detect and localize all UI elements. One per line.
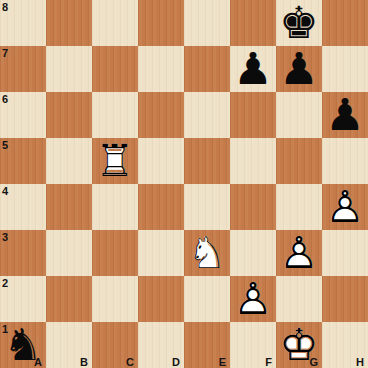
white-pawn-fill: ♟ <box>276 230 322 276</box>
black-pawn-glyph: ♟ <box>322 92 368 138</box>
white-pawn[interactable]: ♟♙ <box>322 184 368 230</box>
square-d5[interactable] <box>138 138 184 184</box>
square-e3[interactable]: ♞♘ <box>184 230 230 276</box>
white-rook-fill: ♜ <box>92 138 138 184</box>
square-a4[interactable]: 4 <box>0 184 46 230</box>
square-d4[interactable] <box>138 184 184 230</box>
square-g5[interactable] <box>276 138 322 184</box>
square-h1[interactable]: H <box>322 322 368 368</box>
rank-label-6: 6 <box>2 93 8 105</box>
white-knight-fill: ♞ <box>184 230 230 276</box>
square-e7[interactable] <box>184 46 230 92</box>
square-f4[interactable] <box>230 184 276 230</box>
square-b6[interactable] <box>46 92 92 138</box>
square-b7[interactable] <box>46 46 92 92</box>
black-pawn-glyph: ♟ <box>276 46 322 92</box>
file-label-b: B <box>80 356 88 368</box>
square-d3[interactable] <box>138 230 184 276</box>
square-e4[interactable] <box>184 184 230 230</box>
white-pawn[interactable]: ♟♙ <box>276 230 322 276</box>
square-a5[interactable]: 5 <box>0 138 46 184</box>
file-label-e: E <box>219 356 226 368</box>
rank-label-1: 1 <box>2 323 8 335</box>
square-h6[interactable]: ♟ <box>322 92 368 138</box>
square-e5[interactable] <box>184 138 230 184</box>
rank-label-3: 3 <box>2 231 8 243</box>
square-c6[interactable] <box>92 92 138 138</box>
square-g4[interactable] <box>276 184 322 230</box>
square-d1[interactable]: D <box>138 322 184 368</box>
square-e1[interactable]: E <box>184 322 230 368</box>
square-g7[interactable]: ♟ <box>276 46 322 92</box>
square-a3[interactable]: 3 <box>0 230 46 276</box>
white-pawn-fill: ♟ <box>230 276 276 322</box>
black-pawn[interactable]: ♟ <box>322 92 368 138</box>
square-f8[interactable] <box>230 0 276 46</box>
white-pawn-outline: ♙ <box>276 230 322 276</box>
square-g6[interactable] <box>276 92 322 138</box>
rank-label-2: 2 <box>2 277 8 289</box>
white-rook-outline: ♖ <box>92 138 138 184</box>
square-h5[interactable] <box>322 138 368 184</box>
square-e2[interactable] <box>184 276 230 322</box>
square-c2[interactable] <box>92 276 138 322</box>
square-a8[interactable]: 8 <box>0 0 46 46</box>
square-f5[interactable] <box>230 138 276 184</box>
square-c3[interactable] <box>92 230 138 276</box>
white-pawn[interactable]: ♟♙ <box>230 276 276 322</box>
black-king[interactable]: ♚ <box>276 0 322 46</box>
square-a7[interactable]: 7 <box>0 46 46 92</box>
square-d7[interactable] <box>138 46 184 92</box>
white-knight[interactable]: ♞♘ <box>184 230 230 276</box>
square-b1[interactable]: B <box>46 322 92 368</box>
rank-label-8: 8 <box>2 1 8 13</box>
square-b3[interactable] <box>46 230 92 276</box>
file-label-h: H <box>356 356 364 368</box>
square-c4[interactable] <box>92 184 138 230</box>
square-f1[interactable]: F <box>230 322 276 368</box>
square-e8[interactable] <box>184 0 230 46</box>
square-b8[interactable] <box>46 0 92 46</box>
square-f3[interactable] <box>230 230 276 276</box>
chess-board: 8♚7♟♟6♟5♜♖4♟♙3♞♘♟♙2♟♙1A♞BCDEFG♚♔H <box>0 0 368 368</box>
white-pawn-outline: ♙ <box>322 184 368 230</box>
file-label-d: D <box>172 356 180 368</box>
square-g3[interactable]: ♟♙ <box>276 230 322 276</box>
square-f2[interactable]: ♟♙ <box>230 276 276 322</box>
square-d8[interactable] <box>138 0 184 46</box>
black-king-glyph: ♚ <box>276 0 322 46</box>
square-h3[interactable] <box>322 230 368 276</box>
square-c8[interactable] <box>92 0 138 46</box>
square-b4[interactable] <box>46 184 92 230</box>
rank-label-4: 4 <box>2 185 8 197</box>
white-knight-outline: ♘ <box>184 230 230 276</box>
square-d6[interactable] <box>138 92 184 138</box>
square-g8[interactable]: ♚ <box>276 0 322 46</box>
square-h7[interactable] <box>322 46 368 92</box>
square-d2[interactable] <box>138 276 184 322</box>
square-g2[interactable] <box>276 276 322 322</box>
square-e6[interactable] <box>184 92 230 138</box>
square-a6[interactable]: 6 <box>0 92 46 138</box>
file-label-c: C <box>126 356 134 368</box>
square-h2[interactable] <box>322 276 368 322</box>
square-f6[interactable] <box>230 92 276 138</box>
square-h8[interactable] <box>322 0 368 46</box>
white-pawn-fill: ♟ <box>322 184 368 230</box>
black-pawn-glyph: ♟ <box>230 46 276 92</box>
white-pawn-outline: ♙ <box>230 276 276 322</box>
square-g1[interactable]: G♚♔ <box>276 322 322 368</box>
square-a1[interactable]: 1A♞ <box>0 322 46 368</box>
square-c7[interactable] <box>92 46 138 92</box>
square-c5[interactable]: ♜♖ <box>92 138 138 184</box>
square-h4[interactable]: ♟♙ <box>322 184 368 230</box>
square-b5[interactable] <box>46 138 92 184</box>
rank-label-5: 5 <box>2 139 8 151</box>
file-label-f: F <box>265 356 272 368</box>
file-label-a: A <box>34 356 42 368</box>
white-rook[interactable]: ♜♖ <box>92 138 138 184</box>
square-a2[interactable]: 2 <box>0 276 46 322</box>
black-pawn[interactable]: ♟ <box>230 46 276 92</box>
square-c1[interactable]: C <box>92 322 138 368</box>
rank-label-7: 7 <box>2 47 8 59</box>
black-pawn[interactable]: ♟ <box>276 46 322 92</box>
square-f7[interactable]: ♟ <box>230 46 276 92</box>
square-b2[interactable] <box>46 276 92 322</box>
file-label-g: G <box>309 356 318 368</box>
